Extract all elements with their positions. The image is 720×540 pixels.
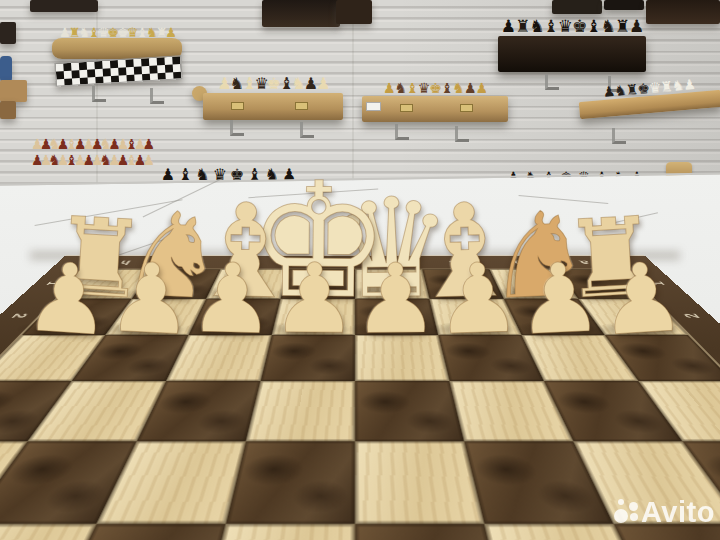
- coordinate-label-2: 2: [7, 313, 33, 318]
- wall-bracket: [230, 120, 244, 136]
- mini-pieces-row: ♟♟♞♟♝♟♟♟♞♟♟♝♟♟: [33, 136, 149, 152]
- mini-chess-piece: ♞: [230, 74, 242, 93]
- brass-latch: [231, 102, 244, 110]
- chess-set-photo: ♟♜♞♝♛♚♚♛♝♞♜♟ ♟♞♝♛♚♝♞♟♟ ♟♞♝♛♚♝♞♟♟ ♟♜♞♝♛♚♝…: [0, 0, 720, 540]
- black-chess-box-display: ♟♜♞♝♛♚♝♞♜♟: [498, 4, 646, 72]
- mini-chess-piece: ♝: [65, 152, 74, 168]
- table-scratch: [519, 195, 609, 204]
- mini-chess-piece: ♞: [601, 16, 615, 36]
- red-cream-pieces-display: ♟♟♞♟♝♟♟♟♞♟♟♝♟♟ ♟♟♞♟♝♟♟♟♞♟♟♝♟♟: [33, 136, 149, 168]
- coordinate-label-a: a: [578, 259, 592, 266]
- mini-chess-piece: ♟: [464, 80, 476, 96]
- square-d3: [355, 335, 449, 381]
- wooden-box: [362, 96, 508, 122]
- wall-bracket: [612, 128, 626, 144]
- mini-chess-piece: ♝: [88, 25, 98, 40]
- mini-chess-piece: ♚: [117, 25, 127, 40]
- mini-chess-piece: ♟: [57, 136, 66, 152]
- avito-logo-icon: [612, 497, 644, 527]
- mini-chess-piece: ♟: [82, 136, 91, 152]
- mini-chess-piece: ♛: [98, 25, 108, 40]
- mini-chess-piece: ♜: [515, 16, 529, 36]
- square-e2: [272, 299, 355, 335]
- square-d4: [355, 381, 464, 441]
- wooden-box: [203, 93, 343, 120]
- hanging-box-cut: [30, 0, 98, 12]
- metal-chess-box-display: ♟♜♞♝♛♚♚♛♝♞♜♟: [52, 16, 182, 59]
- chess-board-wrap: h11g22f33e44d55c66b77a88: [65, 256, 645, 540]
- mini-chess-piece: ♞: [48, 136, 57, 152]
- mini-chess-piece: ♟: [134, 136, 143, 152]
- coordinate-label-f: f: [253, 259, 261, 266]
- mini-chess-piece: ♝: [242, 74, 254, 93]
- mini-chess-piece: ♟: [117, 152, 126, 168]
- mini-chess-piece: ♞: [48, 152, 57, 168]
- mini-chess-piece: ♜: [615, 16, 629, 36]
- wall-bracket: [395, 124, 409, 140]
- coordinate-label-d: d: [383, 259, 393, 266]
- mini-chess-piece: ♝: [125, 136, 134, 152]
- mini-chess-piece: ♛: [127, 25, 137, 40]
- table-scratch: [143, 177, 224, 217]
- mini-chess-piece: ♝: [279, 74, 291, 93]
- mini-chess-piece: ♜: [69, 25, 79, 40]
- mini-chess-piece: ♚: [572, 16, 586, 36]
- wall-bracket: [545, 74, 559, 90]
- mini-chess-piece: ♝: [586, 16, 600, 36]
- wood-box-edge: [0, 101, 16, 119]
- hanging-box-cut: [262, 0, 340, 27]
- price-tag: [366, 102, 381, 111]
- square-d2: [355, 299, 438, 335]
- mini-chess-piece: ♟: [683, 76, 696, 93]
- mini-chess-piece: ♝: [136, 25, 146, 40]
- square-f1: [206, 269, 288, 298]
- mini-chess-piece: ♛: [418, 80, 430, 96]
- mini-chess-piece: ♛: [558, 16, 572, 36]
- wall-bracket: [150, 88, 164, 104]
- mini-chess-piece: ♟: [383, 80, 395, 96]
- square-d1: [355, 269, 429, 298]
- wall-bracket: [455, 126, 469, 142]
- square-g6: [0, 524, 96, 540]
- coordinate-label-1: 1: [645, 281, 668, 285]
- mini-chess-piece: ♚: [107, 25, 117, 40]
- mini-chess-piece: ♟: [74, 136, 83, 152]
- mini-chess-piece: ♟: [475, 80, 487, 96]
- mini-chess-piece: ♜: [156, 25, 166, 40]
- brass-latch: [400, 104, 413, 112]
- shelf-item: [0, 22, 16, 44]
- metal-pieces-row: ♟♜♞♝♛♚♚♛♝♞♜♟: [52, 16, 182, 40]
- square-e5: [226, 441, 355, 524]
- mini-chess-piece: ♟: [40, 136, 49, 152]
- mini-chess-piece: ♞: [452, 80, 464, 96]
- mini-chess-piece: ♞: [146, 25, 156, 40]
- blue-vase: [0, 56, 12, 82]
- wall-bracket: [300, 122, 314, 138]
- mini-chess-piece: ♞: [100, 136, 109, 152]
- hanging-box-cut: [336, 0, 372, 24]
- mini-chess-piece: ♟: [91, 152, 100, 168]
- avito-dot-large: [614, 509, 628, 523]
- mini-chess-piece: ♞: [529, 16, 543, 36]
- mini-chess-piece: ♝: [65, 136, 74, 152]
- mini-chess-piece: ♟: [316, 74, 328, 93]
- mini-chess-piece: ♟: [108, 136, 117, 152]
- square-d5: [355, 441, 484, 524]
- mini-chess-piece: ♟: [629, 16, 643, 36]
- mini-chess-piece: ♟: [165, 25, 175, 40]
- brass-latch: [460, 104, 473, 112]
- mini-chess-piece: ♟: [31, 152, 40, 168]
- black-pieces-row: ♟♜♞♝♛♚♝♞♜♟: [498, 4, 646, 36]
- mini-chess-piece: ♞: [78, 25, 88, 40]
- mini-chess-piece: ♞: [292, 74, 304, 93]
- mini-chess-piece: ♟: [31, 136, 40, 152]
- coordinate-label-g: g: [184, 259, 197, 266]
- coordinate-label-e: e: [317, 259, 326, 266]
- avito-dot-medium: [630, 513, 638, 521]
- table-scratch: [248, 188, 378, 198]
- avito-logo-text: Avito: [641, 496, 715, 529]
- mini-chess-piece: ♟: [134, 152, 143, 168]
- wood-box-edge: [0, 80, 27, 102]
- mini-chess-piece: ♝: [544, 16, 558, 36]
- wall-bracket: [92, 86, 106, 102]
- mini-chess-piece: ♝: [406, 80, 418, 96]
- mini-chess-piece: ♟: [117, 136, 126, 152]
- coordinate-label-c: c: [448, 259, 459, 266]
- mini-chess-piece: ♝: [441, 80, 453, 96]
- coordinate-label-h: h: [118, 259, 133, 266]
- mini-chess-piece: ♟: [91, 136, 100, 152]
- mini-chess-piece: ♞: [100, 152, 109, 168]
- carved-pieces-row: ♟♞♝♛♚♝♞♟♟: [203, 55, 343, 93]
- mini-chess-piece: ♚: [267, 74, 279, 93]
- table-scratch: [35, 199, 183, 226]
- mini-chess-piece: ♟: [57, 152, 66, 168]
- mini-chess-piece: ♝: [125, 152, 134, 168]
- mini-chess-piece: ♟: [82, 152, 91, 168]
- mini-chess-piece: ♟: [501, 16, 515, 36]
- mini-chess-piece: ♞: [395, 80, 407, 96]
- table-scratch: [590, 212, 658, 229]
- wall-seam: [352, 0, 354, 190]
- brass-wood-chess-box-display: ♟♞♝♛♚♝♞♟♟: [362, 70, 508, 122]
- avito-dot-small: [618, 499, 624, 505]
- black-box: [498, 36, 646, 72]
- coordinate-label-2: 2: [677, 313, 703, 318]
- brass-pieces-row: ♟♞♝♛♚♝♞♟♟: [362, 70, 508, 96]
- mini-chess-piece: ♟: [142, 136, 151, 152]
- avito-dot-medium: [629, 502, 638, 511]
- mini-chess-piece: ♟: [40, 152, 49, 168]
- mini-pieces-row: ♟♟♞♟♝♟♟♟♞♟♟♝♟♟: [33, 152, 149, 168]
- coordinate-label-1: 1: [42, 281, 65, 285]
- square-e3: [261, 335, 355, 381]
- mini-chess-piece: ♟: [217, 74, 229, 93]
- brass-latch: [295, 102, 308, 110]
- mini-chess-piece: ♟: [74, 152, 83, 168]
- carved-wood-chess-box-display: ♟♞♝♛♚♝♞♟♟: [203, 55, 343, 120]
- mini-chess-piece: ♟: [108, 152, 117, 168]
- mini-chess-piece: ♟: [59, 25, 69, 40]
- mini-chess-piece: ♟: [304, 74, 316, 93]
- square-e4: [246, 381, 355, 441]
- hanging-box-cut: [646, 0, 720, 24]
- square-f2: [189, 299, 281, 335]
- mini-chess-piece: ♚: [429, 80, 441, 96]
- square-e1: [281, 269, 355, 298]
- coordinate-label-b: b: [512, 259, 525, 266]
- mini-chess-piece: ♛: [254, 74, 266, 93]
